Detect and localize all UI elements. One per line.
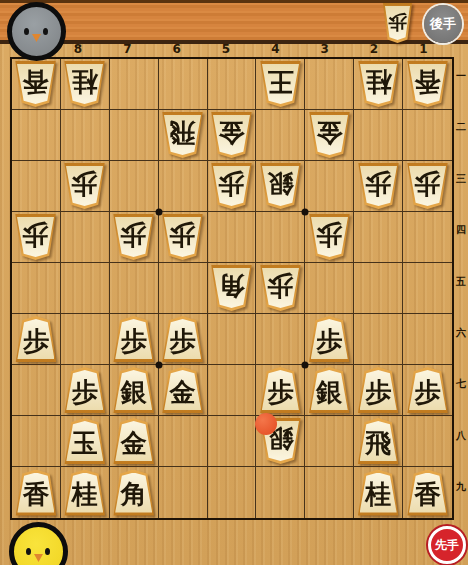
piece-sente-fu[interactable]: 歩: [161, 316, 204, 362]
square-9-3[interactable]: [12, 161, 61, 212]
square-5-5[interactable]: 角: [208, 263, 257, 314]
square-2-9[interactable]: 桂: [354, 467, 403, 518]
gote-avatar-chick-icon: [7, 2, 66, 61]
piece-sente-fu[interactable]: 歩: [357, 367, 400, 413]
gote-hand-piece-pawn[interactable]: 歩: [382, 3, 413, 43]
square-4-4[interactable]: [256, 212, 305, 263]
square-3-5[interactable]: [305, 263, 354, 314]
piece-gote-fu[interactable]: 歩: [210, 163, 253, 209]
square-7-1[interactable]: [110, 59, 159, 110]
square-7-5[interactable]: [110, 263, 159, 314]
piece-gote-fu[interactable]: 歩: [112, 214, 155, 260]
piece-glyph: 歩: [14, 316, 57, 362]
piece-sente-keima[interactable]: 桂: [63, 470, 106, 516]
piece-gote-kin[interactable]: 金: [308, 112, 351, 158]
square-5-2[interactable]: 金: [208, 110, 257, 161]
piece-glyph: 歩: [357, 367, 400, 413]
piece-sente-gin[interactable]: 銀: [112, 367, 155, 413]
piece-sente-fu[interactable]: 歩: [112, 316, 155, 362]
square-4-6[interactable]: [256, 314, 305, 365]
star-point: [302, 362, 309, 369]
piece-gote-fu[interactable]: 歩: [308, 214, 351, 260]
piece-glyph: 桂: [63, 470, 106, 516]
square-8-2[interactable]: [61, 110, 110, 161]
piece-sente-kyosha[interactable]: 香: [406, 470, 449, 516]
square-1-8[interactable]: [403, 416, 452, 467]
piece-gote-fu[interactable]: 歩: [63, 163, 106, 209]
star-point: [302, 209, 309, 216]
piece-sente-kaku[interactable]: 角: [112, 470, 155, 516]
rank-label-6: 六: [454, 326, 468, 340]
piece-gote-keima[interactable]: 桂: [357, 61, 400, 107]
square-2-4[interactable]: [354, 212, 403, 263]
avatar-beak-icon: [34, 554, 43, 562]
square-9-2[interactable]: [12, 110, 61, 161]
square-9-4[interactable]: 歩: [12, 212, 61, 263]
piece-glyph: 歩: [308, 214, 351, 260]
square-3-3[interactable]: [305, 161, 354, 212]
rank-label-7: 七: [454, 377, 468, 391]
piece-glyph: 飛: [161, 112, 204, 158]
piece-gote-kin[interactable]: 金: [210, 112, 253, 158]
file-label-5: 5: [201, 43, 250, 56]
piece-glyph: 金: [210, 112, 253, 158]
square-5-4[interactable]: [208, 212, 257, 263]
piece-gote-fu[interactable]: 歩: [161, 214, 204, 260]
square-5-6[interactable]: [208, 314, 257, 365]
square-6-7[interactable]: 金: [159, 365, 208, 416]
rank-label-2: 二: [454, 120, 468, 134]
square-7-2[interactable]: [110, 110, 159, 161]
square-2-7[interactable]: 歩: [354, 365, 403, 416]
piece-gote-kyosha[interactable]: 香: [14, 61, 57, 107]
file-label-3: 3: [300, 43, 349, 56]
square-8-5[interactable]: [61, 263, 110, 314]
square-6-9[interactable]: [159, 467, 208, 518]
piece-glyph: 香: [14, 470, 57, 516]
piece-sente-fu[interactable]: 歩: [308, 316, 351, 362]
sente-avatar-chick-icon: [9, 522, 68, 565]
square-1-5[interactable]: [403, 263, 452, 314]
piece-gote-kyosha[interactable]: 香: [406, 61, 449, 107]
square-7-3[interactable]: [110, 161, 159, 212]
square-1-9[interactable]: 香: [403, 467, 452, 518]
piece-gote-gin[interactable]: 銀: [259, 163, 302, 209]
piece-glyph: 銀: [308, 367, 351, 413]
piece-gote-fu[interactable]: 歩: [406, 163, 449, 209]
piece-sente-kyosha[interactable]: 香: [14, 470, 57, 516]
rank-label-5: 五: [454, 275, 468, 289]
avatar-eye-icon: [45, 548, 50, 555]
square-4-1[interactable]: 王: [256, 59, 305, 110]
square-7-6[interactable]: 歩: [110, 314, 159, 365]
square-2-8[interactable]: 飛: [354, 416, 403, 467]
square-9-7[interactable]: [12, 365, 61, 416]
file-label-7: 7: [103, 43, 152, 56]
square-5-1[interactable]: [208, 59, 257, 110]
square-1-1[interactable]: 香: [403, 59, 452, 110]
square-4-5[interactable]: 歩: [256, 263, 305, 314]
square-9-5[interactable]: [12, 263, 61, 314]
piece-glyph: 桂: [63, 61, 106, 107]
avatar-eye-icon: [24, 28, 29, 35]
square-2-3[interactable]: 歩: [354, 161, 403, 212]
square-7-8[interactable]: 金: [110, 416, 159, 467]
piece-glyph: 香: [406, 470, 449, 516]
avatar-eye-icon: [26, 548, 31, 555]
file-label-6: 6: [152, 43, 201, 56]
square-8-8[interactable]: 玉: [61, 416, 110, 467]
piece-glyph: 金: [161, 367, 204, 413]
piece-glyph: 桂: [357, 61, 400, 107]
square-9-9[interactable]: 香: [12, 467, 61, 518]
square-6-3[interactable]: [159, 161, 208, 212]
piece-glyph: 玉: [63, 418, 106, 464]
piece-sente-gyoku[interactable]: 玉: [63, 418, 106, 464]
piece-gote-fu[interactable]: 歩: [259, 265, 302, 311]
square-8-1[interactable]: 桂: [61, 59, 110, 110]
piece-glyph: 銀: [259, 163, 302, 209]
square-4-3[interactable]: 銀: [256, 161, 305, 212]
square-2-5[interactable]: [354, 263, 403, 314]
sente-label-badge: 先手: [428, 526, 466, 564]
avatar-eye-icon: [43, 28, 48, 35]
square-3-6[interactable]: 歩: [305, 314, 354, 365]
square-5-7[interactable]: [208, 365, 257, 416]
piece-glyph: 香: [406, 61, 449, 107]
square-1-6[interactable]: [403, 314, 452, 365]
piece-glyph: 王: [259, 61, 302, 107]
shogi-board[interactable]: 香桂王桂香飛金金歩歩銀歩歩歩歩歩歩角歩歩歩歩歩歩銀金歩銀歩歩玉金銀飛香桂角桂香: [10, 57, 454, 520]
piece-glyph: 歩: [161, 214, 204, 260]
square-2-2[interactable]: [354, 110, 403, 161]
square-4-2[interactable]: [256, 110, 305, 161]
piece-sente-keima[interactable]: 桂: [357, 470, 400, 516]
square-6-2[interactable]: 飛: [159, 110, 208, 161]
square-1-7[interactable]: 歩: [403, 365, 452, 416]
square-8-3[interactable]: 歩: [61, 161, 110, 212]
piece-glyph: 飛: [357, 418, 400, 464]
square-4-7[interactable]: 歩: [256, 365, 305, 416]
square-9-1[interactable]: 香: [12, 59, 61, 110]
piece-glyph: 歩: [308, 316, 351, 362]
square-7-9[interactable]: 角: [110, 467, 159, 518]
piece-glyph: 歩: [112, 214, 155, 260]
square-1-2[interactable]: [403, 110, 452, 161]
piece-sente-hisha[interactable]: 飛: [357, 418, 400, 464]
piece-sente-fu[interactable]: 歩: [14, 316, 57, 362]
piece-glyph: 角: [210, 265, 253, 311]
square-6-8[interactable]: [159, 416, 208, 467]
square-1-4[interactable]: [403, 212, 452, 263]
piece-glyph: 金: [308, 112, 351, 158]
rank-label-9: 九: [454, 480, 468, 494]
square-5-8[interactable]: [208, 416, 257, 467]
square-7-4[interactable]: 歩: [110, 212, 159, 263]
piece-gote-fu[interactable]: 歩: [357, 163, 400, 209]
piece-glyph: 歩: [357, 163, 400, 209]
square-9-8[interactable]: [12, 416, 61, 467]
piece-sente-fu[interactable]: 歩: [259, 367, 302, 413]
piece-sente-kin[interactable]: 金: [161, 367, 204, 413]
square-4-9[interactable]: [256, 467, 305, 518]
piece-glyph: 歩: [382, 3, 413, 43]
square-1-3[interactable]: 歩: [403, 161, 452, 212]
square-3-7[interactable]: 銀: [305, 365, 354, 416]
piece-glyph: 歩: [259, 265, 302, 311]
rank-label-8: 八: [454, 429, 468, 443]
piece-glyph: 歩: [406, 163, 449, 209]
piece-sente-fu[interactable]: 歩: [406, 367, 449, 413]
piece-glyph: 歩: [14, 214, 57, 260]
star-point: [155, 362, 162, 369]
rank-label-4: 四: [454, 223, 468, 237]
piece-glyph: 香: [14, 61, 57, 107]
piece-glyph: 銀: [112, 367, 155, 413]
square-8-7[interactable]: 歩: [61, 365, 110, 416]
piece-glyph: 歩: [63, 367, 106, 413]
piece-sente-gin[interactable]: 銀: [308, 367, 351, 413]
square-3-2[interactable]: 金: [305, 110, 354, 161]
square-6-6[interactable]: 歩: [159, 314, 208, 365]
star-point: [155, 209, 162, 216]
square-9-6[interactable]: 歩: [12, 314, 61, 365]
piece-sente-kin[interactable]: 金: [112, 418, 155, 464]
square-3-8[interactable]: [305, 416, 354, 467]
avatar-beak-icon: [32, 34, 41, 42]
piece-glyph: 歩: [112, 316, 155, 362]
piece-gote-ou[interactable]: 王: [259, 61, 302, 107]
square-6-4[interactable]: 歩: [159, 212, 208, 263]
piece-glyph: 歩: [259, 367, 302, 413]
piece-glyph: 歩: [210, 163, 253, 209]
file-label-2: 2: [349, 43, 398, 56]
rank-label-3: 三: [454, 172, 468, 186]
square-6-5[interactable]: [159, 263, 208, 314]
square-8-9[interactable]: 桂: [61, 467, 110, 518]
square-5-9[interactable]: [208, 467, 257, 518]
piece-glyph: 角: [112, 470, 155, 516]
piece-glyph: 歩: [406, 367, 449, 413]
shogi-app-screen: 歩 後手 香桂王桂香飛金金歩歩銀歩歩歩歩歩歩角歩歩歩歩歩歩銀金歩銀歩歩玉金銀飛香…: [0, 0, 468, 565]
file-label-1: 1: [399, 43, 448, 56]
square-3-4[interactable]: 歩: [305, 212, 354, 263]
square-2-1[interactable]: 桂: [354, 59, 403, 110]
piece-sente-fu[interactable]: 歩: [63, 367, 106, 413]
piece-glyph: 歩: [161, 316, 204, 362]
piece-gote-kaku[interactable]: 角: [210, 265, 253, 311]
square-7-7[interactable]: 銀: [110, 365, 159, 416]
gote-label-badge: 後手: [424, 5, 462, 43]
piece-glyph: 金: [112, 418, 155, 464]
square-5-3[interactable]: 歩: [208, 161, 257, 212]
square-8-6[interactable]: [61, 314, 110, 365]
piece-glyph: 歩: [63, 163, 106, 209]
square-2-6[interactable]: [354, 314, 403, 365]
piece-glyph: 桂: [357, 470, 400, 516]
square-3-1[interactable]: [305, 59, 354, 110]
square-6-1[interactable]: [159, 59, 208, 110]
square-8-4[interactable]: [61, 212, 110, 263]
piece-gote-hisha[interactable]: 飛: [161, 112, 204, 158]
file-label-4: 4: [251, 43, 300, 56]
piece-gote-fu[interactable]: 歩: [14, 214, 57, 260]
square-3-9[interactable]: [305, 467, 354, 518]
rank-label-1: 一: [454, 69, 468, 83]
piece-gote-keima[interactable]: 桂: [63, 61, 106, 107]
